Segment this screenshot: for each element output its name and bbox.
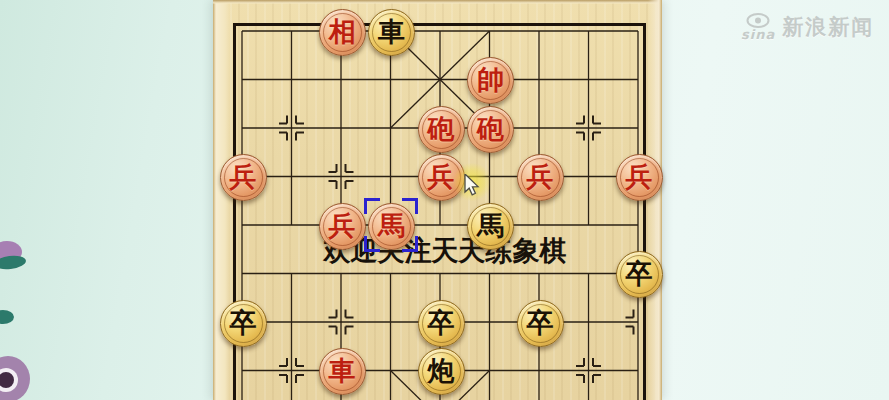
piece-red-兵[interactable]: 兵 [517, 154, 564, 201]
piece-black-卒[interactable]: 卒 [220, 300, 267, 347]
piece-character: 卒 [428, 300, 455, 345]
piece-black-卒[interactable]: 卒 [418, 300, 465, 347]
piece-character: 相 [329, 9, 356, 54]
xiangqi-game-screen: 欢迎关注天天练象棋 相車帥砲砲兵兵兵兵兵馬馬卒卒卒卒車炮 sina 新浪新闻 [0, 0, 889, 400]
piece-black-馬[interactable]: 馬 [467, 203, 514, 250]
piece-character: 兵 [626, 154, 653, 199]
piece-character: 兵 [329, 203, 356, 248]
piece-red-帥[interactable]: 帥 [467, 57, 514, 104]
piece-red-砲[interactable]: 砲 [418, 106, 465, 153]
piece-red-砲[interactable]: 砲 [467, 106, 514, 153]
sina-logo-icon: sina [741, 13, 775, 41]
piece-black-卒[interactable]: 卒 [616, 251, 663, 298]
piece-character: 炮 [428, 348, 455, 393]
piece-red-車[interactable]: 車 [319, 348, 366, 395]
piece-character: 兵 [230, 154, 257, 199]
piece-character: 馬 [477, 203, 504, 248]
piece-character: 卒 [230, 300, 257, 345]
piece-character: 車 [329, 348, 356, 393]
piece-red-相[interactable]: 相 [319, 9, 366, 56]
piece-character: 兵 [527, 154, 554, 199]
piece-character: 砲 [428, 106, 455, 151]
piece-character: 砲 [477, 106, 504, 151]
piece-character: 卒 [527, 300, 554, 345]
sina-news-watermark: sina 新浪新闻 [741, 13, 874, 41]
mouse-cursor-icon [464, 174, 482, 198]
selection-highlight [364, 198, 418, 252]
piece-character: 卒 [626, 251, 653, 296]
piece-black-卒[interactable]: 卒 [517, 300, 564, 347]
piece-red-兵[interactable]: 兵 [319, 203, 366, 250]
piece-black-車[interactable]: 車 [368, 9, 415, 56]
piece-red-兵[interactable]: 兵 [220, 154, 267, 201]
piece-character: 帥 [477, 57, 504, 102]
piece-black-炮[interactable]: 炮 [418, 348, 465, 395]
piece-character: 車 [378, 9, 405, 54]
piece-red-兵[interactable]: 兵 [616, 154, 663, 201]
piece-character: 兵 [428, 154, 455, 199]
